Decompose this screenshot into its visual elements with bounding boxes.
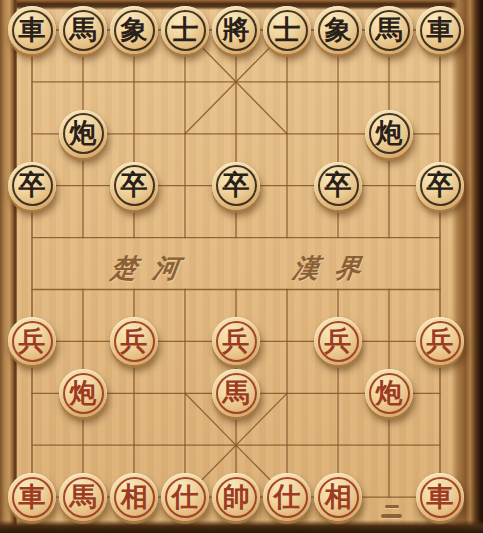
piece-black-advisor[interactable]: 士 <box>263 6 311 54</box>
piece-glyph: 炮 <box>70 119 97 146</box>
piece-glyph: 炮 <box>70 379 97 406</box>
piece-ring: 馬 <box>369 10 410 51</box>
piece-black-soldier[interactable]: 卒 <box>212 162 260 210</box>
piece-ring: 相 <box>114 477 155 518</box>
piece-red-advisor[interactable]: 仕 <box>263 473 311 521</box>
piece-ring: 卒 <box>114 165 155 206</box>
piece-ring: 車 <box>420 477 461 518</box>
piece-ring: 馬 <box>63 10 104 51</box>
piece-glyph: 卒 <box>19 171 46 198</box>
piece-glyph: 仕 <box>274 483 301 510</box>
piece-ring: 車 <box>420 10 461 51</box>
piece-ring: 卒 <box>12 165 53 206</box>
piece-ring: 帥 <box>216 477 257 518</box>
piece-red-elephant[interactable]: 相 <box>110 473 158 521</box>
origin-marker-dash <box>381 514 402 518</box>
piece-ring: 兵 <box>114 321 155 362</box>
piece-red-general[interactable]: 帥 <box>212 473 260 521</box>
piece-red-chariot[interactable]: 車 <box>416 473 464 521</box>
piece-ring: 車 <box>12 10 53 51</box>
piece-glyph: 兵 <box>325 327 352 354</box>
piece-ring: 仕 <box>165 477 206 518</box>
piece-ring: 炮 <box>369 373 410 414</box>
piece-ring: 炮 <box>63 373 104 414</box>
board-frame-left <box>0 0 17 533</box>
piece-ring: 兵 <box>318 321 359 362</box>
piece-glyph: 士 <box>172 16 199 43</box>
piece-glyph: 仕 <box>172 483 199 510</box>
piece-black-general[interactable]: 將 <box>212 6 260 54</box>
piece-glyph: 相 <box>325 483 352 510</box>
piece-ring: 士 <box>267 10 308 51</box>
piece-glyph: 卒 <box>325 171 352 198</box>
piece-ring: 卒 <box>420 165 461 206</box>
piece-glyph: 象 <box>325 16 352 43</box>
piece-glyph: 馬 <box>70 483 97 510</box>
piece-glyph: 卒 <box>121 171 148 198</box>
piece-black-chariot[interactable]: 車 <box>8 6 56 54</box>
piece-black-soldier[interactable]: 卒 <box>8 162 56 210</box>
xiangqi-board: 楚河 漢界 車馬象士將士象馬車炮炮卒卒卒卒卒兵兵兵兵兵炮馬炮車馬相仕帥仕相車 <box>0 0 483 533</box>
board-grid <box>0 0 483 533</box>
piece-glyph: 車 <box>427 483 454 510</box>
piece-ring: 炮 <box>63 113 104 154</box>
piece-glyph: 兵 <box>223 327 250 354</box>
piece-ring: 仕 <box>267 477 308 518</box>
piece-glyph: 馬 <box>376 16 403 43</box>
piece-black-cannon[interactable]: 炮 <box>59 110 107 158</box>
piece-black-elephant[interactable]: 象 <box>110 6 158 54</box>
piece-glyph: 兵 <box>427 327 454 354</box>
piece-black-cannon[interactable]: 炮 <box>365 110 413 158</box>
piece-glyph: 士 <box>274 16 301 43</box>
piece-glyph: 兵 <box>121 327 148 354</box>
piece-ring: 士 <box>165 10 206 51</box>
piece-red-cannon[interactable]: 炮 <box>365 369 413 417</box>
piece-glyph: 卒 <box>427 171 454 198</box>
piece-glyph: 馬 <box>223 379 250 406</box>
piece-glyph: 馬 <box>70 16 97 43</box>
piece-glyph: 炮 <box>376 119 403 146</box>
piece-ring: 車 <box>12 477 53 518</box>
piece-red-elephant[interactable]: 相 <box>314 473 362 521</box>
piece-glyph: 帥 <box>223 483 250 510</box>
piece-glyph: 車 <box>19 16 46 43</box>
piece-ring: 將 <box>216 10 257 51</box>
piece-black-soldier[interactable]: 卒 <box>314 162 362 210</box>
piece-glyph: 卒 <box>223 171 250 198</box>
piece-ring: 象 <box>114 10 155 51</box>
piece-ring: 兵 <box>420 321 461 362</box>
piece-ring: 相 <box>318 477 359 518</box>
piece-red-horse[interactable]: 馬 <box>212 369 260 417</box>
piece-ring: 卒 <box>216 165 257 206</box>
piece-glyph: 車 <box>427 16 454 43</box>
piece-ring: 馬 <box>63 477 104 518</box>
piece-glyph: 相 <box>121 483 148 510</box>
river-label-han: 漢界 <box>280 247 390 289</box>
piece-red-advisor[interactable]: 仕 <box>161 473 209 521</box>
piece-ring: 卒 <box>318 165 359 206</box>
piece-black-soldier[interactable]: 卒 <box>416 162 464 210</box>
board-frame-right <box>451 0 483 533</box>
board-frame-bottom <box>0 520 483 533</box>
piece-black-elephant[interactable]: 象 <box>314 6 362 54</box>
piece-glyph: 炮 <box>376 379 403 406</box>
piece-ring: 象 <box>318 10 359 51</box>
piece-glyph: 兵 <box>19 327 46 354</box>
piece-glyph: 象 <box>121 16 148 43</box>
piece-black-advisor[interactable]: 士 <box>161 6 209 54</box>
piece-black-soldier[interactable]: 卒 <box>110 162 158 210</box>
piece-ring: 兵 <box>216 321 257 362</box>
piece-ring: 兵 <box>12 321 53 362</box>
piece-black-horse[interactable]: 馬 <box>59 6 107 54</box>
piece-red-chariot[interactable]: 車 <box>8 473 56 521</box>
piece-black-horse[interactable]: 馬 <box>365 6 413 54</box>
piece-red-cannon[interactable]: 炮 <box>59 369 107 417</box>
piece-glyph: 將 <box>223 16 250 43</box>
piece-glyph: 車 <box>19 483 46 510</box>
piece-ring: 馬 <box>216 373 257 414</box>
piece-black-chariot[interactable]: 車 <box>416 6 464 54</box>
river-label-chu: 楚河 <box>98 247 208 289</box>
piece-ring: 炮 <box>369 113 410 154</box>
piece-red-horse[interactable]: 馬 <box>59 473 107 521</box>
origin-marker-dash <box>385 505 399 508</box>
